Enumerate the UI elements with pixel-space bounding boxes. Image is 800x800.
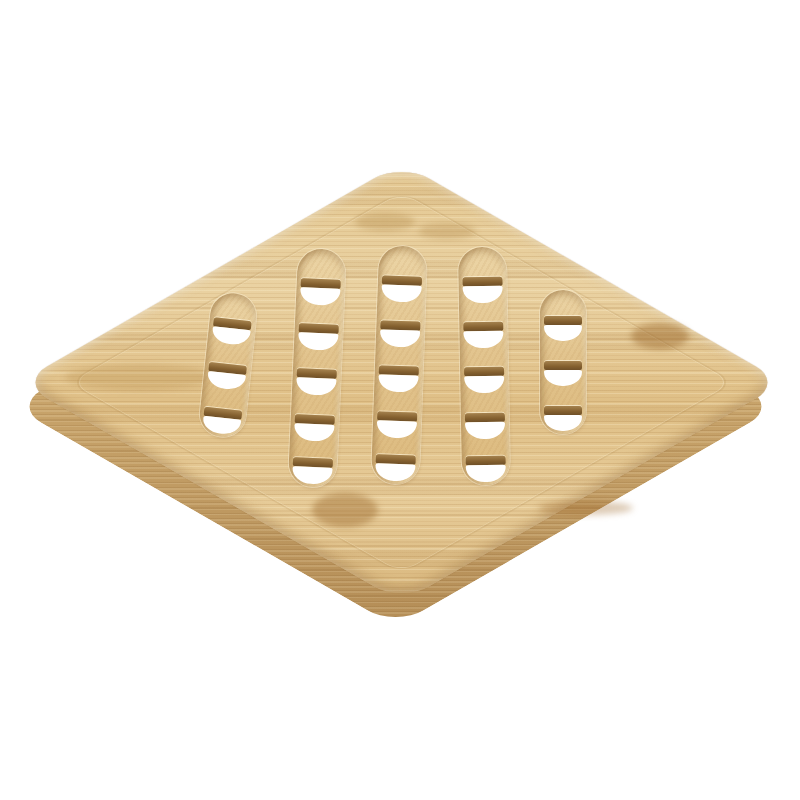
- slot-hole-ledge: [544, 361, 582, 370]
- slot-hole-opening: [207, 371, 246, 391]
- bamboo-knot: [312, 493, 378, 527]
- slot-hole: [300, 278, 340, 306]
- slot-hole: [464, 367, 504, 394]
- slot-hole: [380, 320, 420, 347]
- slot-hole-ledge: [544, 316, 582, 325]
- slot-hole-opening: [378, 374, 418, 392]
- slot-hole-opening: [464, 331, 504, 349]
- slot-hole: [544, 361, 582, 386]
- product-photo-bamboo-trivet: [0, 0, 800, 800]
- slot-hole-opening: [300, 287, 340, 306]
- slot-hole: [544, 406, 582, 431]
- slot-hole-opening: [298, 332, 338, 351]
- slot-hole-opening: [377, 420, 417, 438]
- slot-hole: [466, 456, 506, 483]
- slot-hole: [375, 454, 415, 481]
- slot-hole: [211, 317, 251, 346]
- slot-hole-opening: [544, 370, 582, 386]
- bamboo-knot: [538, 501, 633, 515]
- slot-hole-opening: [296, 377, 336, 396]
- slot-channel-4: [458, 247, 510, 486]
- slot-hole: [464, 322, 504, 349]
- slot-hole: [544, 316, 582, 341]
- slot-channel-3: [371, 245, 427, 485]
- slot-hole: [294, 414, 334, 442]
- slot-hole-opening: [375, 463, 415, 481]
- slot-hole: [465, 413, 505, 440]
- slot-hole-opening: [382, 284, 422, 302]
- slot-hole: [292, 457, 332, 485]
- slot-hole: [298, 323, 338, 351]
- slot-hole-opening: [211, 326, 250, 346]
- slot-hole-opening: [292, 466, 332, 485]
- slot-hole: [382, 275, 422, 302]
- slot-hole-opening: [466, 465, 506, 483]
- slot-hole-ledge: [544, 406, 582, 415]
- slot-hole: [202, 407, 242, 436]
- slot-hole-opening: [544, 415, 582, 431]
- slot-hole: [377, 411, 417, 438]
- slot-hole-opening: [294, 423, 334, 442]
- slot-hole-opening: [544, 325, 582, 341]
- bamboo-knot: [355, 213, 415, 231]
- slot-hole-opening: [463, 286, 503, 304]
- slot-hole: [207, 362, 247, 391]
- slot-channel-5: [540, 290, 586, 434]
- slot-hole: [378, 365, 418, 392]
- bamboo-knot: [65, 364, 215, 390]
- slot-hole-opening: [465, 422, 505, 440]
- slot-hole-opening: [464, 376, 504, 394]
- slot-hole-opening: [380, 329, 420, 347]
- slot-hole: [463, 277, 503, 304]
- bamboo-knot: [631, 323, 689, 349]
- slot-hole: [296, 368, 336, 396]
- bamboo-knot: [418, 223, 476, 239]
